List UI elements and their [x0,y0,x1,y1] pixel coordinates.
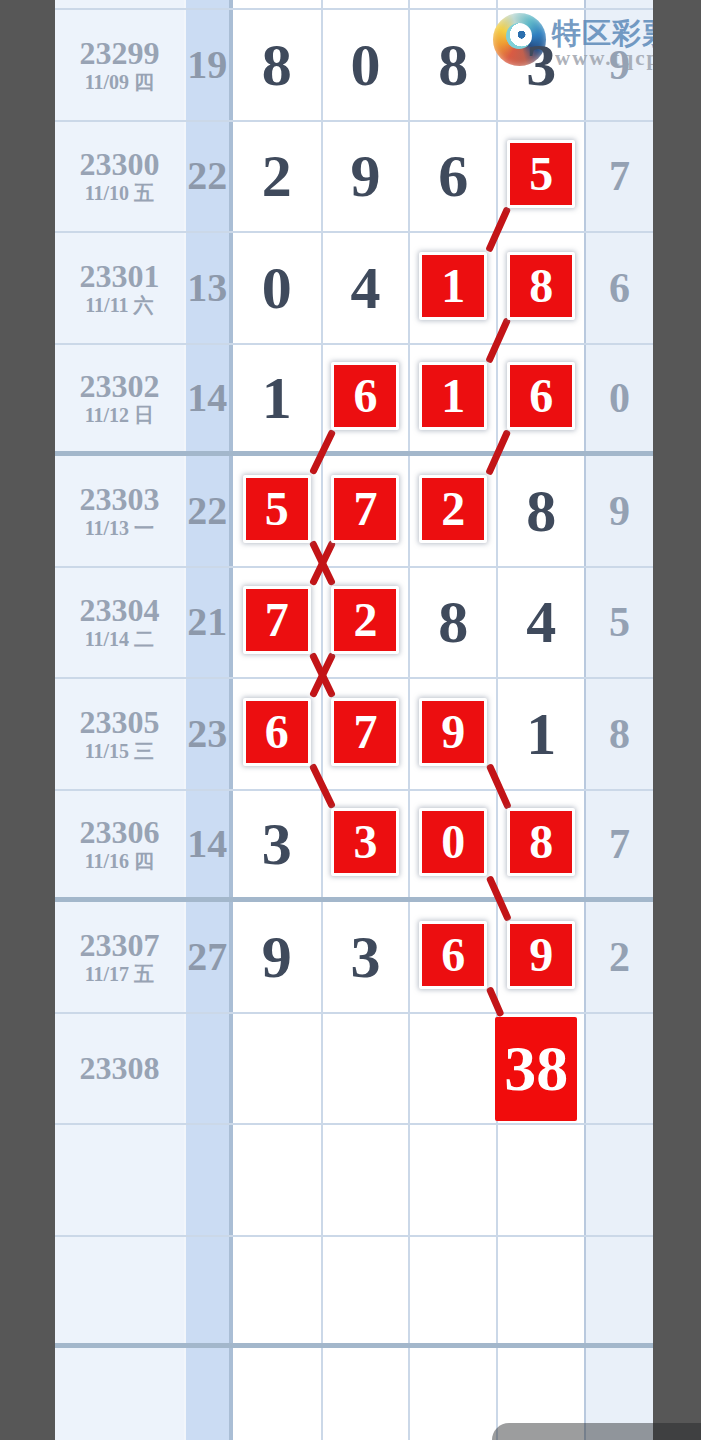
digit-cell: 9 [498,902,586,1012]
tail-cell: 6 [586,233,653,343]
tail-cell: 9 [586,10,653,120]
sum-value: 14 [187,378,227,418]
issue-cell: 2330411/14 二 [55,568,186,678]
table-row: 2330711/17 五2793692 [55,902,653,1014]
digit-cell: 8 [233,10,323,120]
digit-cell: 1 [233,345,323,452]
sum-cell: 19 [186,10,233,120]
table-row: 2330611/16 四1433087 [55,791,653,903]
red-digit-box: 2 [419,475,487,543]
digit-cell [233,1014,323,1124]
tail-value: 9 [609,490,630,532]
tail-value: 5 [609,601,630,643]
sum-value: 22 [187,156,227,196]
sum-value: 23 [187,714,227,754]
digit-value: 0 [350,35,380,95]
digit-cell [323,1237,411,1344]
issue-cell: 2330711/17 五 [55,902,186,1012]
digit-cell: 9 [323,122,411,232]
digit-cell: 3 [323,902,411,1012]
digit-cell: 1 [498,679,586,789]
red-digit-box: 7 [243,586,311,654]
digit-cell: 4 [498,568,586,678]
tail-value: 8 [609,713,630,755]
digit-cell: 6 [233,679,323,789]
digit-cell: 7 [323,679,411,789]
issue-date: 11/11 六 [85,293,153,317]
red-digit-box: 0 [419,808,487,876]
sum-value: 22 [187,491,227,531]
digit-cell [233,1348,323,1440]
table-row: 2330511/15 三2367918 [55,679,653,791]
table-row: 2330838 [55,1014,653,1126]
issue-cell [55,1125,186,1235]
digit-cell: 2 [233,122,323,232]
digit-cell: 8 [498,233,586,343]
digit-cell: 7 [233,568,323,678]
issue-cell [55,1348,186,1440]
issue-number: 23302 [79,369,159,403]
digit-cell [410,1237,498,1344]
digit-value: 8 [262,35,292,95]
tail-value: 9 [609,44,630,86]
digit-cell: 5 [233,456,323,566]
digit-cell [498,1125,586,1235]
sum-cell [186,1014,233,1124]
issue-number: 23301 [79,259,159,293]
issue-cell: 2330611/16 四 [55,791,186,898]
digit-value: 8 [438,592,468,652]
issue-number: 23304 [79,593,159,627]
table-row: 2330111/11 六1304186 [55,233,653,345]
issue-cell: 23308 [55,1014,186,1124]
digit-cell [410,1014,498,1124]
digit-cell: 0 [233,233,323,343]
digit-cell [410,0,498,8]
tail-value: 2 [609,936,630,978]
issue-number: 23307 [79,928,159,962]
sum-value: 13 [187,268,227,308]
sum-cell: 22 [186,456,233,566]
digit-cell [233,1237,323,1344]
issue-date: 11/09 四 [85,70,154,94]
red-digit-box: 3 [331,808,399,876]
sum-cell: 21 [186,568,233,678]
issue-cell: 2330211/12 日 [55,345,186,452]
digit-cell [323,1348,411,1440]
digit-cell: 0 [323,10,411,120]
digit-cell [233,0,323,8]
digit-cell: 6 [410,122,498,232]
digit-cell: 8 [498,456,586,566]
issue-date: 11/15 三 [85,739,154,763]
digit-cell [410,1125,498,1235]
digit-value: 4 [350,258,380,318]
issue-cell [55,0,186,8]
bottom-sheet-overlay[interactable] [492,1423,701,1440]
issue-date: 11/14 二 [85,627,154,651]
digit-cell: 3 [233,791,323,898]
digit-value: 3 [526,35,556,95]
digit-cell [498,1237,586,1344]
sum-cell: 22 [186,122,233,232]
digit-value: 1 [526,704,556,764]
sum-value: 19 [187,45,227,85]
sum-value: 14 [187,824,227,864]
sum-cell [186,1125,233,1235]
digit-cell: 6 [410,902,498,1012]
digit-cell: 6 [323,345,411,452]
red-digit-box: 6 [243,698,311,766]
sum-cell [186,1348,233,1440]
table-rows: 2329911/09 四19808392330011/10 五222965723… [55,0,653,1440]
table-row: 2330211/12 日1416160 [55,345,653,457]
red-digit-box: 9 [419,698,487,766]
issue-number: 23306 [79,815,159,849]
digit-cell [323,1125,411,1235]
red-digit-box: 6 [331,362,399,430]
red-digit-box: 1 [419,362,487,430]
digit-cell [323,1014,411,1124]
digit-cell: 0 [410,791,498,898]
issue-number: 23308 [79,1051,159,1085]
tail-cell [586,1014,653,1124]
digit-value: 8 [526,481,556,541]
tail-cell [586,1125,653,1235]
sum-cell [186,1237,233,1344]
table-row [55,1237,653,1349]
issue-date: 11/10 五 [85,181,154,205]
trend-table: 2329911/09 四19808392330011/10 五222965723… [55,0,653,1440]
table-row: 2330011/10 五2229657 [55,122,653,234]
tail-value: 7 [609,823,630,865]
tail-cell [586,1237,653,1344]
tail-cell [586,0,653,8]
issue-cell: 2330011/10 五 [55,122,186,232]
tail-cell: 2 [586,902,653,1012]
digit-cell: 8 [410,568,498,678]
tail-cell: 7 [586,791,653,898]
issue-number: 23299 [79,36,159,70]
digit-cell [323,0,411,8]
red-digit-box: 1 [419,252,487,320]
tail-value: 6 [609,267,630,309]
sum-value: 21 [187,602,227,642]
sum-cell: 13 [186,233,233,343]
tail-cell: 0 [586,345,653,452]
issue-cell: 2330111/11 六 [55,233,186,343]
digit-value: 9 [350,146,380,206]
digit-cell: 3 [323,791,411,898]
tail-cell: 9 [586,456,653,566]
digit-cell: 4 [323,233,411,343]
digit-cell: 6 [498,345,586,452]
digit-value: 3 [350,927,380,987]
red-digit-box: 7 [331,698,399,766]
digit-cell: 5 [498,122,586,232]
table-row [55,1125,653,1237]
red-digit-box: 8 [507,808,575,876]
digit-value: 3 [262,814,292,874]
lottery-trend-page: 2329911/09 四19808392330011/10 五222965723… [0,0,701,1440]
red-digit-box: 6 [507,362,575,430]
issue-cell: 2329911/09 四 [55,10,186,120]
sum-cell: 14 [186,791,233,898]
digit-cell: 9 [410,679,498,789]
big-red-box: 38 [495,1017,577,1121]
digit-cell [233,1125,323,1235]
red-digit-box: 7 [331,475,399,543]
sum-cell: 14 [186,345,233,452]
issue-number: 23303 [79,482,159,516]
digit-cell: 9 [233,902,323,1012]
issue-number: 23300 [79,147,159,181]
tail-cell: 8 [586,679,653,789]
sum-cell: 23 [186,679,233,789]
issue-date: 11/12 日 [85,403,154,427]
digit-value: 2 [262,146,292,206]
sum-cell [186,0,233,8]
digit-value: 6 [438,146,468,206]
digit-cell: 3 [498,10,586,120]
red-digit-box: 5 [507,140,575,208]
table-row [55,0,653,10]
issue-cell: 2330311/13 一 [55,456,186,566]
digit-cell: 38 [498,1014,586,1124]
red-digit-box: 6 [419,921,487,989]
table-row: 2330311/13 一2257289 [55,456,653,568]
digit-cell [410,1348,498,1440]
right-border [653,0,701,1440]
digit-value: 1 [262,368,292,428]
red-digit-box: 9 [507,921,575,989]
issue-cell: 2330511/15 三 [55,679,186,789]
issue-cell [55,1237,186,1344]
sum-value: 27 [187,937,227,977]
sum-cell: 27 [186,902,233,1012]
issue-date: 11/16 四 [85,849,154,873]
red-digit-box: 2 [331,586,399,654]
issue-date: 11/17 五 [85,962,154,986]
table-row: 2330411/14 二2172845 [55,568,653,680]
digit-cell: 8 [410,10,498,120]
digit-cell: 7 [323,456,411,566]
left-border [0,0,55,1440]
digit-value: 0 [262,258,292,318]
issue-number: 23305 [79,705,159,739]
digit-value: 9 [262,927,292,987]
digit-value: 8 [438,35,468,95]
digit-cell [498,0,586,8]
tail-value: 7 [609,155,630,197]
digit-value: 4 [526,592,556,652]
tail-value: 0 [609,377,630,419]
tail-cell: 7 [586,122,653,232]
digit-cell: 2 [323,568,411,678]
digit-cell: 8 [498,791,586,898]
red-digit-box: 5 [243,475,311,543]
table-row: 2329911/09 四1980839 [55,10,653,122]
red-digit-box: 8 [507,252,575,320]
issue-date: 11/13 一 [85,516,154,540]
tail-cell: 5 [586,568,653,678]
